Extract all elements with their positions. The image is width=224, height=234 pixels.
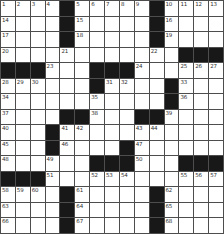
cell-r13c2[interactable]: 59 (16, 187, 30, 202)
cell-r3c7[interactable] (90, 32, 104, 47)
cell-r9c12[interactable] (165, 125, 179, 140)
clue-number-42: 42 (76, 125, 83, 131)
clue-number-57: 57 (210, 172, 217, 178)
cell-r5c4[interactable]: 23 (46, 63, 60, 78)
clue-number-3: 3 (32, 1, 35, 7)
cell-r15c4[interactable] (46, 218, 60, 233)
cell-r13c7[interactable] (90, 187, 104, 202)
cell-r12c8[interactable]: 53 (105, 172, 119, 187)
cell-r7c15[interactable] (209, 94, 223, 109)
cell-r15c12[interactable]: 68 (165, 218, 179, 233)
cell-r7c3[interactable] (31, 94, 45, 109)
cell-r12c10[interactable] (135, 172, 149, 187)
black-cell-r11c9 (120, 156, 134, 171)
black-cell-r15c11 (150, 218, 164, 233)
crossword-board: 1234567891011121314151617181920212223242… (0, 0, 224, 234)
cell-r4c1[interactable]: 20 (1, 48, 15, 63)
cell-r7c10[interactable] (135, 94, 149, 109)
clue-number-8: 8 (121, 1, 124, 7)
cell-r3c15[interactable] (209, 32, 223, 47)
black-cell-r11c8 (105, 156, 119, 171)
black-cell-r12c2 (16, 172, 30, 187)
cell-r9c9[interactable] (120, 125, 134, 140)
cell-r4c7[interactable] (90, 48, 104, 63)
cell-r12c9[interactable]: 54 (120, 172, 134, 187)
cell-r12c11[interactable] (150, 172, 164, 187)
clue-number-60: 60 (32, 187, 39, 193)
cell-r6c9[interactable]: 32 (120, 79, 134, 94)
clue-number-61: 61 (76, 187, 83, 193)
clue-number-14: 14 (2, 17, 9, 23)
clue-number-25: 25 (180, 63, 187, 69)
cell-r8c3[interactable] (31, 110, 45, 125)
cell-r13c6[interactable]: 61 (75, 187, 89, 202)
cell-r9c11[interactable]: 44 (150, 125, 164, 140)
cell-r1c3[interactable]: 3 (31, 1, 45, 16)
clue-number-66: 66 (2, 218, 9, 224)
black-cell-r6c7 (90, 79, 104, 94)
cell-r4c9[interactable] (120, 48, 134, 63)
cell-r3c6[interactable]: 18 (75, 32, 89, 47)
clue-number-11: 11 (180, 1, 187, 7)
clue-number-48: 48 (2, 156, 9, 162)
clue-number-65: 65 (166, 203, 173, 209)
cell-r10c3[interactable] (31, 141, 45, 156)
cell-r9c1[interactable]: 40 (1, 125, 15, 140)
clue-number-10: 10 (166, 1, 173, 7)
cell-r3c4[interactable] (46, 32, 60, 47)
clue-number-5: 5 (76, 1, 79, 7)
clue-number-27: 27 (210, 63, 217, 69)
cell-r3c2[interactable] (16, 32, 30, 47)
clue-number-47: 47 (136, 141, 143, 147)
cell-r7c13[interactable]: 36 (179, 94, 193, 109)
black-cell-r3c5 (60, 32, 74, 47)
black-cell-r6c12 (165, 79, 179, 94)
cell-r2c2[interactable] (16, 17, 30, 32)
cell-r2c3[interactable] (31, 17, 45, 32)
cell-r10c15[interactable] (209, 141, 223, 156)
cell-r4c2[interactable] (16, 48, 30, 63)
cell-r1c8[interactable]: 7 (105, 1, 119, 16)
black-cell-r14c5 (60, 203, 74, 218)
cell-r15c14[interactable] (194, 218, 208, 233)
cell-r5c10[interactable]: 24 (135, 63, 149, 78)
cell-r9c3[interactable] (31, 125, 45, 140)
cell-r14c8[interactable] (105, 203, 119, 218)
clue-number-20: 20 (2, 48, 9, 54)
cell-r10c8[interactable] (105, 141, 119, 156)
cell-r6c2[interactable]: 29 (16, 79, 30, 94)
black-cell-r8c5 (60, 110, 74, 125)
cell-r4c4[interactable] (46, 48, 60, 63)
cell-r15c8[interactable] (105, 218, 119, 233)
cell-r14c13[interactable] (179, 203, 193, 218)
cell-r4c6[interactable] (75, 48, 89, 63)
clue-number-24: 24 (136, 63, 143, 69)
black-cell-r8c6 (75, 110, 89, 125)
black-cell-r2c5 (60, 17, 74, 32)
cell-r1c1[interactable]: 1 (1, 1, 15, 16)
cell-r11c4[interactable]: 49 (46, 156, 60, 171)
cell-r13c8[interactable] (105, 187, 119, 202)
cell-r1c14[interactable]: 12 (194, 1, 208, 16)
cell-r15c1[interactable]: 66 (1, 218, 15, 233)
clue-number-63: 63 (2, 203, 9, 209)
cell-r7c8[interactable] (105, 94, 119, 109)
clue-number-68: 68 (166, 218, 173, 224)
cell-r9c7[interactable] (90, 125, 104, 140)
cell-r5c5[interactable] (60, 63, 74, 78)
black-cell-r14c11 (150, 203, 164, 218)
cell-r13c14[interactable] (194, 187, 208, 202)
cell-r2c6[interactable]: 15 (75, 17, 89, 32)
black-cell-r13c11 (150, 187, 164, 202)
black-cell-r11c15 (209, 156, 223, 171)
cell-r15c3[interactable] (31, 218, 45, 233)
clue-number-41: 41 (61, 125, 68, 131)
black-cell-r4c14 (194, 48, 208, 63)
black-cell-r5c7 (90, 63, 104, 78)
cell-r10c2[interactable] (16, 141, 30, 156)
cell-r11c2[interactable] (16, 156, 30, 171)
cell-r10c6[interactable] (75, 141, 89, 156)
cell-r5c14[interactable]: 26 (194, 63, 208, 78)
cell-r12c6[interactable] (75, 172, 89, 187)
cell-r6c6[interactable] (75, 79, 89, 94)
black-cell-r12c1 (1, 172, 15, 187)
cell-r14c7[interactable] (90, 203, 104, 218)
cell-r6c14[interactable] (194, 79, 208, 94)
cell-r6c4[interactable] (46, 79, 60, 94)
cell-r6c5[interactable] (60, 79, 74, 94)
cell-r5c6[interactable] (75, 63, 89, 78)
cell-r6c15[interactable] (209, 79, 223, 94)
cell-r9c14[interactable] (194, 125, 208, 140)
cell-r12c14[interactable]: 56 (194, 172, 208, 187)
clue-number-59: 59 (17, 187, 24, 193)
cell-r3c12[interactable]: 19 (165, 32, 179, 47)
cell-r14c4[interactable] (46, 203, 60, 218)
black-cell-r8c11 (150, 110, 164, 125)
cell-r11c12[interactable] (165, 156, 179, 171)
cell-r14c9[interactable] (120, 203, 134, 218)
cell-r7c11[interactable] (150, 94, 164, 109)
clue-number-50: 50 (136, 156, 143, 162)
clue-number-12: 12 (195, 1, 202, 7)
cell-r6c1[interactable]: 28 (1, 79, 15, 94)
black-cell-r8c10 (135, 110, 149, 125)
cell-r7c2[interactable] (16, 94, 30, 109)
cell-r10c5[interactable]: 46 (60, 141, 74, 156)
cell-r14c12[interactable]: 65 (165, 203, 179, 218)
clue-number-36: 36 (180, 94, 187, 100)
black-cell-r15c5 (60, 218, 74, 233)
clue-number-21: 21 (61, 48, 68, 54)
clue-number-54: 54 (121, 172, 128, 178)
cell-r3c13[interactable] (179, 32, 193, 47)
cell-r2c10[interactable] (135, 17, 149, 32)
cell-r4c11[interactable]: 22 (150, 48, 164, 63)
cell-r7c4[interactable] (46, 94, 60, 109)
cell-r15c6[interactable]: 67 (75, 218, 89, 233)
cell-r4c5[interactable]: 21 (60, 48, 74, 63)
clue-number-56: 56 (195, 172, 202, 178)
black-cell-r5c3 (31, 63, 45, 78)
cell-r14c10[interactable] (135, 203, 149, 218)
clue-number-26: 26 (195, 63, 202, 69)
cell-r7c14[interactable] (194, 94, 208, 109)
black-cell-r10c4 (46, 141, 60, 156)
clue-number-64: 64 (76, 203, 83, 209)
cell-r1c4[interactable]: 4 (46, 1, 60, 16)
black-cell-r11c7 (90, 156, 104, 171)
cell-r1c7[interactable]: 6 (90, 1, 104, 16)
cell-r14c14[interactable] (194, 203, 208, 218)
cell-r8c15[interactable] (209, 110, 223, 125)
cell-r4c10[interactable] (135, 48, 149, 63)
clue-number-16: 16 (166, 17, 173, 23)
clue-number-40: 40 (2, 125, 9, 131)
cell-r7c7[interactable]: 35 (90, 94, 104, 109)
cell-r3c1[interactable]: 17 (1, 32, 15, 47)
cell-r4c12[interactable] (165, 48, 179, 63)
cell-r15c2[interactable] (16, 218, 30, 233)
cell-r10c14[interactable] (194, 141, 208, 156)
cell-r15c13[interactable] (179, 218, 193, 233)
cell-r7c1[interactable]: 34 (1, 94, 15, 109)
cell-r5c15[interactable]: 27 (209, 63, 223, 78)
cell-r11c1[interactable]: 48 (1, 156, 15, 171)
cell-r7c6[interactable] (75, 94, 89, 109)
clue-number-9: 9 (136, 1, 139, 7)
black-cell-r5c2 (16, 63, 30, 78)
cell-r5c12[interactable] (165, 63, 179, 78)
cell-r13c1[interactable]: 58 (1, 187, 15, 202)
cell-r8c2[interactable] (16, 110, 30, 125)
cell-r8c4[interactable] (46, 110, 60, 125)
clue-number-29: 29 (17, 79, 24, 85)
cell-r13c13[interactable] (179, 187, 193, 202)
cell-r8c9[interactable] (120, 110, 134, 125)
cell-r10c7[interactable] (90, 141, 104, 156)
cell-r2c4[interactable] (46, 17, 60, 32)
clue-number-52: 52 (91, 172, 98, 178)
clue-number-44: 44 (151, 125, 158, 131)
cell-r15c15[interactable] (209, 218, 223, 233)
clue-number-39: 39 (166, 110, 173, 116)
clue-number-58: 58 (2, 187, 9, 193)
cell-r13c12[interactable]: 62 (165, 187, 179, 202)
cell-r2c15[interactable] (209, 17, 223, 32)
black-cell-r9c4 (46, 125, 60, 140)
cell-r10c12[interactable] (165, 141, 179, 156)
cell-r1c15[interactable]: 13 (209, 1, 223, 16)
cell-r11c10[interactable]: 50 (135, 156, 149, 171)
black-cell-r11c13 (179, 156, 193, 171)
clue-number-62: 62 (166, 187, 173, 193)
cell-r9c13[interactable] (179, 125, 193, 140)
clue-number-30: 30 (32, 79, 39, 85)
clue-number-13: 13 (210, 1, 217, 7)
cell-r2c14[interactable] (194, 17, 208, 32)
clue-number-23: 23 (47, 63, 54, 69)
cell-r3c9[interactable] (120, 32, 134, 47)
clue-number-51: 51 (47, 172, 54, 178)
cell-r14c2[interactable] (16, 203, 30, 218)
cell-r14c3[interactable] (31, 203, 45, 218)
cell-r4c8[interactable] (105, 48, 119, 63)
cell-r2c8[interactable] (105, 17, 119, 32)
black-cell-r11c14 (194, 156, 208, 171)
cell-r3c3[interactable] (31, 32, 45, 47)
black-cell-r5c8 (105, 63, 119, 78)
cell-r8c7[interactable]: 38 (90, 110, 104, 125)
black-cell-r10c9 (120, 141, 134, 156)
cell-r6c3[interactable]: 30 (31, 79, 45, 94)
cell-r15c10[interactable] (135, 218, 149, 233)
cell-r8c12[interactable]: 39 (165, 110, 179, 125)
cell-r10c13[interactable] (179, 141, 193, 156)
black-cell-r7c12 (165, 94, 179, 109)
cell-r2c7[interactable] (90, 17, 104, 32)
clue-number-34: 34 (2, 94, 9, 100)
cell-r13c3[interactable]: 60 (31, 187, 45, 202)
cell-r3c8[interactable] (105, 32, 119, 47)
cell-r11c3[interactable] (31, 156, 45, 171)
cell-r1c12[interactable]: 10 (165, 1, 179, 16)
cell-r13c4[interactable] (46, 187, 60, 202)
cell-r15c9[interactable] (120, 218, 134, 233)
cell-r14c15[interactable] (209, 203, 223, 218)
cell-r7c9[interactable] (120, 94, 134, 109)
cell-r10c11[interactable] (150, 141, 164, 156)
cell-r12c15[interactable]: 57 (209, 172, 223, 187)
clue-number-19: 19 (166, 32, 173, 38)
clue-number-15: 15 (76, 17, 83, 23)
clue-number-6: 6 (91, 1, 94, 7)
black-cell-r1c5 (60, 1, 74, 16)
clue-number-1: 1 (2, 1, 5, 7)
clue-number-43: 43 (136, 125, 143, 131)
clue-number-33: 33 (180, 79, 187, 85)
cell-r14c6[interactable]: 64 (75, 203, 89, 218)
cell-r12c12[interactable] (165, 172, 179, 187)
cell-r13c10[interactable] (135, 187, 149, 202)
black-cell-r3c11 (150, 32, 164, 47)
cell-r12c13[interactable]: 55 (179, 172, 193, 187)
clue-number-55: 55 (180, 172, 187, 178)
cell-r1c9[interactable]: 8 (120, 1, 134, 16)
cell-r2c13[interactable] (179, 17, 193, 32)
cell-r2c1[interactable]: 14 (1, 17, 15, 32)
cell-r8c8[interactable] (105, 110, 119, 125)
clue-number-28: 28 (2, 79, 9, 85)
cell-r8c1[interactable]: 37 (1, 110, 15, 125)
clue-number-38: 38 (91, 110, 98, 116)
cell-r11c5[interactable] (60, 156, 74, 171)
black-cell-r5c1 (1, 63, 15, 78)
cell-r3c14[interactable] (194, 32, 208, 47)
black-cell-r4c15 (209, 48, 223, 63)
cell-r10c10[interactable]: 47 (135, 141, 149, 156)
cell-r12c7[interactable]: 52 (90, 172, 104, 187)
clue-number-22: 22 (151, 48, 158, 54)
cell-r8c13[interactable] (179, 110, 193, 125)
clue-number-35: 35 (91, 94, 98, 100)
cell-r9c2[interactable] (16, 125, 30, 140)
cell-r3c10[interactable] (135, 32, 149, 47)
cell-r12c5[interactable] (60, 172, 74, 187)
clue-number-7: 7 (106, 1, 109, 7)
clue-number-49: 49 (47, 156, 54, 162)
black-cell-r2c11 (150, 17, 164, 32)
cell-r1c10[interactable]: 9 (135, 1, 149, 16)
clue-number-37: 37 (2, 110, 9, 116)
cell-r1c2[interactable]: 2 (16, 1, 30, 16)
cell-r11c6[interactable] (75, 156, 89, 171)
cell-r4c3[interactable] (31, 48, 45, 63)
cell-r13c9[interactable] (120, 187, 134, 202)
cell-r1c6[interactable]: 5 (75, 1, 89, 16)
cell-r11c11[interactable] (150, 156, 164, 171)
clue-number-17: 17 (2, 32, 9, 38)
cell-r12c4[interactable]: 51 (46, 172, 60, 187)
cell-r7c5[interactable] (60, 94, 74, 109)
cell-r6c13[interactable]: 33 (179, 79, 193, 94)
cell-r2c12[interactable]: 16 (165, 17, 179, 32)
cell-r9c6[interactable]: 42 (75, 125, 89, 140)
cell-r9c8[interactable] (105, 125, 119, 140)
cell-r5c11[interactable] (150, 63, 164, 78)
cell-r6c10[interactable] (135, 79, 149, 94)
cell-r5c13[interactable]: 25 (179, 63, 193, 78)
clue-number-2: 2 (17, 1, 20, 7)
black-cell-r5c9 (120, 63, 134, 78)
cell-r2c9[interactable] (120, 17, 134, 32)
cell-r10c1[interactable]: 45 (1, 141, 15, 156)
clue-number-67: 67 (76, 218, 83, 224)
black-cell-r13c5 (60, 187, 74, 202)
cell-r14c1[interactable]: 63 (1, 203, 15, 218)
clue-number-45: 45 (2, 141, 9, 147)
cell-r13c15[interactable] (209, 187, 223, 202)
cell-r15c7[interactable] (90, 218, 104, 233)
clue-number-46: 46 (61, 141, 68, 147)
clue-number-32: 32 (121, 79, 128, 85)
cell-r1c13[interactable]: 11 (179, 1, 193, 16)
cell-r9c5[interactable]: 41 (60, 125, 74, 140)
cell-r6c11[interactable] (150, 79, 164, 94)
black-cell-r12c3 (31, 172, 45, 187)
clue-number-53: 53 (106, 172, 113, 178)
cell-r8c14[interactable] (194, 110, 208, 125)
clue-number-4: 4 (47, 1, 50, 7)
clue-number-18: 18 (76, 32, 83, 38)
cell-r9c10[interactable]: 43 (135, 125, 149, 140)
black-cell-r4c13 (179, 48, 193, 63)
clue-number-31: 31 (106, 79, 113, 85)
cell-r9c15[interactable] (209, 125, 223, 140)
black-cell-r1c11 (150, 1, 164, 16)
cell-r6c8[interactable]: 31 (105, 79, 119, 94)
